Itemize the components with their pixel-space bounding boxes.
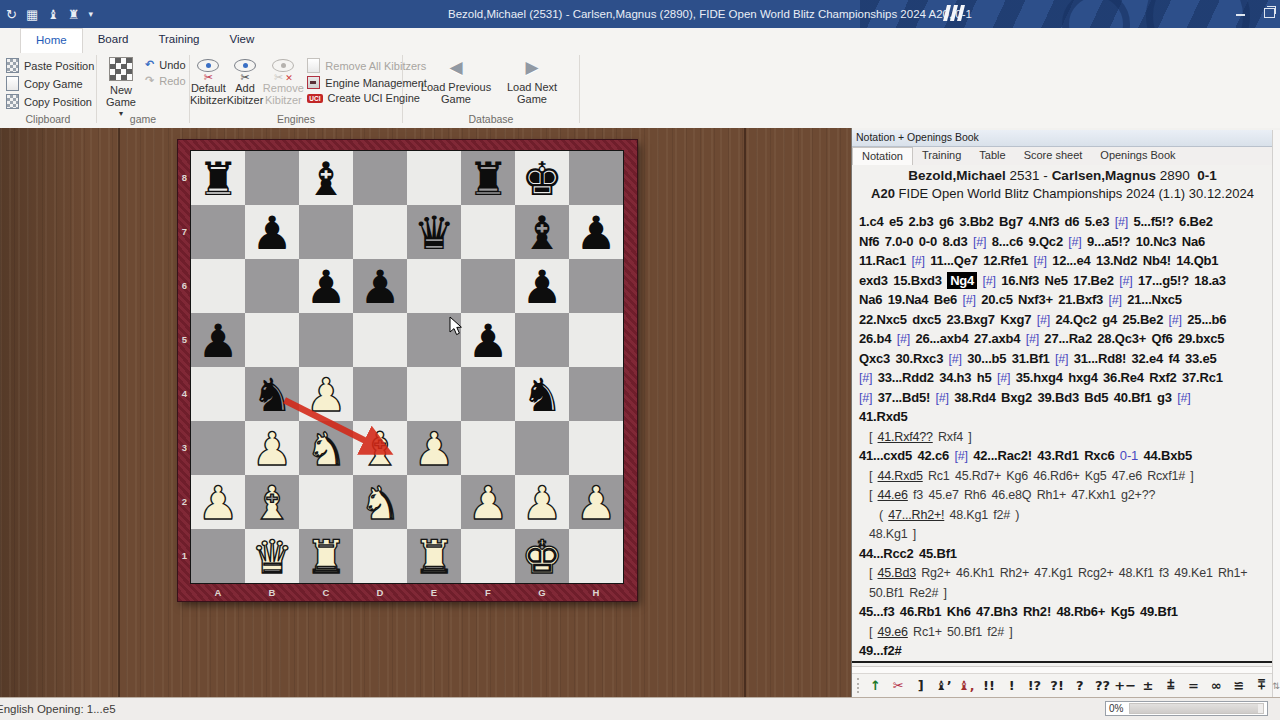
move-text[interactable]: 9...a5!? 10.Nc3 Na6 — [1082, 234, 1205, 249]
uci-icon: UCI — [307, 94, 322, 103]
move-text[interactable]: 42...Rac2! 43.Rd1 Rxc6 — [968, 448, 1120, 463]
diagram-tag[interactable]: [#] — [1119, 274, 1132, 288]
black-pawn-g6: ♟ — [515, 259, 569, 313]
piece-icon[interactable]: ♝ — [47, 7, 59, 22]
move-text[interactable]: 1.c4 e5 2.b3 g6 3.Bb2 Bg7 4.Nf3 d6 5.e3 — [859, 214, 1115, 229]
square-b3[interactable]: ♟ — [245, 421, 299, 475]
notation-line-19: [ 45.Bd3 Rg2+ 46.Kh1 Rh2+ 47.Kg1 Rcg2+ 4… — [859, 562, 1273, 582]
notation-line-23: 49...f2# — [859, 640, 1273, 660]
selected-move[interactable]: Ng4 — [947, 272, 977, 289]
board-icon[interactable]: ▦ — [26, 7, 38, 22]
white-pawn-c4: ♟ — [299, 367, 353, 421]
square-f8[interactable]: ♜ — [461, 151, 515, 205]
move-text[interactable]: Rxf4 ] — [933, 430, 972, 444]
move-text[interactable]: 8...c6 9.Qc2 — [986, 234, 1068, 249]
black-pawn-h7: ♟ — [569, 205, 623, 259]
move-text[interactable]: 49.e6 — [878, 625, 908, 639]
square-h2[interactable]: ♟ — [569, 475, 623, 529]
diagram-tag[interactable]: [#] — [997, 371, 1010, 385]
diagram-tag[interactable]: [#] — [973, 235, 986, 249]
square-e1[interactable]: ♜ — [407, 529, 461, 583]
notation-line-7: 26.b4 [#] 26...axb4 27.axb4 [#] 27...Ra2… — [859, 328, 1273, 348]
move-text[interactable]: 11...Qe7 12.Rfe1 — [925, 253, 1034, 268]
square-f1[interactable] — [461, 529, 515, 583]
move-text[interactable]: 48.Kg1 ] — [869, 527, 916, 541]
move-text[interactable]: 41.Rxd5 — [859, 409, 907, 424]
square-f3[interactable] — [461, 421, 515, 475]
tab-openings-book[interactable]: Openings Book — [1091, 147, 1184, 165]
square-f7[interactable] — [461, 205, 515, 259]
group-clipboard: Paste Position Copy Game Copy Position C… — [0, 53, 96, 126]
move-text[interactable]: 11.Rac1 — [859, 253, 911, 268]
square-b5[interactable] — [245, 313, 299, 367]
diagram-tag[interactable]: [#] — [983, 274, 996, 288]
square-g7[interactable]: ♝ — [515, 205, 569, 259]
eye-icon — [197, 59, 219, 72]
white-rook-c1: ♜ — [299, 529, 353, 583]
tab-score-sheet[interactable]: Score sheet — [1015, 147, 1092, 165]
white-pawn-h2: ♟ — [569, 475, 623, 529]
wood-seam — [744, 128, 746, 697]
square-b2[interactable]: ♝ — [245, 475, 299, 529]
eye-icon — [234, 59, 256, 72]
logo-stripes — [945, 5, 963, 21]
file-label-d: D — [353, 584, 407, 601]
white-knight-d2: ♞ — [353, 475, 407, 529]
very-good-move[interactable]: !! — [978, 678, 1001, 693]
white-pawn-a2: ♟ — [191, 475, 245, 529]
rank-label-8: 8 — [178, 151, 191, 205]
clipboard-icon — [6, 94, 19, 109]
square-d7[interactable] — [353, 205, 407, 259]
bracket-icon[interactable]: ] — [909, 678, 932, 693]
white-queen-b1: ♛ — [245, 529, 299, 583]
good-move[interactable]: ! — [1000, 678, 1023, 693]
title-bar: ↻ ▦ ♝ ♜ ▾ Bezold,Michael (2531) - Carlse… — [0, 0, 1280, 28]
diagram-tag[interactable]: [#] — [911, 254, 924, 268]
annotation-scrollbar[interactable] — [852, 667, 1273, 674]
square-g8[interactable]: ♚ — [515, 151, 569, 205]
square-f6[interactable] — [461, 259, 515, 313]
next-arrow-icon: ▶ — [525, 57, 538, 81]
move-text[interactable]: 31...Rd8! 32.e4 f4 33.e5 — [1068, 351, 1216, 366]
move-text[interactable]: 47...Rh2+! — [888, 508, 944, 522]
board-squares: ♜♝♜♚♟♛♝♟♟♟♟♟♟♞♟♞♟♞♝♟♟♝♞♟♟♟♛♜♜♚ — [191, 151, 623, 583]
eye-icon — [272, 59, 294, 72]
move-text[interactable]: 24.Qc2 g4 25.Be2 — [1050, 312, 1169, 327]
square-h7[interactable]: ♟ — [569, 205, 623, 259]
square-g1[interactable]: ♚ — [515, 529, 569, 583]
notation-line-9: [#] 33...Rdd2 34.h3 h5 [#] 35.hxg4 hxg4 … — [859, 367, 1273, 387]
move-text[interactable]: 45.Bd3 — [878, 566, 916, 580]
square-a5[interactable]: ♟ — [191, 313, 245, 367]
black-elo: 2890 — [1160, 168, 1190, 183]
black-pawn-a5: ♟ — [191, 313, 245, 367]
move-text[interactable]: exd3 15.Bxd3 — [859, 273, 947, 288]
square-h6[interactable] — [569, 259, 623, 313]
tab-home[interactable]: Home — [20, 28, 83, 53]
default-kibitzer-label: Default Kibitzer — [190, 82, 227, 106]
ribbon-tabs: Home Board Training View — [0, 28, 1280, 53]
white-winning[interactable]: +− — [1114, 678, 1137, 693]
square-g4[interactable]: ♞ — [515, 367, 569, 421]
notation-line-8: Qxc3 30.Rxc3 [#] 30...b5 31.Bf1 [#] 31..… — [859, 348, 1273, 368]
square-h4[interactable] — [569, 367, 623, 421]
undo-icon[interactable]: ↻ — [6, 7, 17, 22]
red-annotation-icon[interactable]: ♝‚ — [955, 678, 978, 693]
new-game-label: New Game — [97, 84, 145, 108]
scissors-icon: ✂ — [204, 73, 213, 82]
move-text[interactable]: 48.Kg1 f2# ) — [944, 508, 1019, 522]
square-e7[interactable]: ♛ — [407, 205, 461, 259]
notation-line-13: 41...cxd5 42.c6 [#] 42...Rac2! 43.Rd1 Rx… — [859, 445, 1273, 465]
eco-code: A20 — [871, 186, 895, 201]
quick-access-toolbar: ↻ ▦ ♝ ♜ ▾ — [6, 0, 93, 28]
move-text[interactable]: 44.Bxb5 — [1138, 448, 1192, 463]
move-text[interactable]: 0-1 — [1120, 448, 1138, 463]
blunder[interactable]: ?? — [1091, 678, 1114, 693]
engine-icon — [307, 76, 320, 89]
group-caption-database: Database — [403, 113, 579, 125]
copy-game-button[interactable]: Copy Game — [6, 76, 96, 91]
square-b4[interactable]: ♞ — [245, 367, 299, 421]
rank-label-7: 7 — [178, 205, 191, 259]
opening-name: English Opening: 1...e5 — [0, 698, 116, 720]
redo-arrow-icon: ↷ — [145, 74, 154, 87]
arrow-up-icon[interactable]: ↑ — [864, 678, 887, 693]
game-header: Bezold,Michael 2531 - Carlsen,Magnus 289… — [852, 168, 1273, 201]
move-text[interactable]: 5...f5!? 6.Be2 — [1128, 214, 1213, 229]
tab-training[interactable]: Training — [143, 28, 214, 53]
diagram-tag[interactable]: [#] — [1033, 254, 1046, 268]
square-c1[interactable]: ♜ — [299, 529, 353, 583]
file-label-c: C — [299, 584, 353, 601]
move-text[interactable]: 44.e6 — [878, 488, 908, 502]
notation-line-15: [ 44.e6 f3 45.e7 Rh6 46.e8Q Rh1+ 47.Kxh1… — [859, 484, 1273, 504]
black-rook-f8: ♜ — [461, 151, 515, 205]
square-a1[interactable] — [191, 529, 245, 583]
paste-position-button[interactable]: Paste Position — [6, 58, 96, 73]
diagram-tag[interactable]: [#] — [1068, 235, 1081, 249]
rank-label-3: 3 — [178, 421, 191, 475]
notation-line-14: [ 44.Rxd5 Rc1 45.Rd7+ Kg6 46.Rd6+ Kg5 47… — [859, 465, 1273, 485]
square-b1[interactable]: ♛ — [245, 529, 299, 583]
black-pawn-d6: ♟ — [353, 259, 407, 313]
diagram-tag[interactable]: [#] — [1169, 313, 1182, 327]
diagram-tag[interactable]: [#] — [962, 293, 975, 307]
diagram-tag[interactable]: [#] — [859, 391, 872, 405]
notation-line-20: 50.Bf1 Re2# ] — [859, 582, 1273, 602]
black-knight-b4: ♞ — [245, 367, 299, 421]
move-text[interactable]: 44...Rcc2 45.Bf1 — [859, 546, 957, 561]
unclear[interactable]: ∞ — [1205, 678, 1228, 693]
restore-button[interactable] — [1264, 8, 1275, 18]
notation-line-1: 1.c4 e5 2.b3 g6 3.Bb2 Bg7 4.Nf3 d6 5.e3 … — [859, 211, 1273, 231]
minimize-button[interactable] — [1236, 14, 1245, 16]
group-caption-clipboard: Clipboard — [0, 113, 96, 125]
square-b6[interactable] — [245, 259, 299, 313]
square-c8[interactable]: ♝ — [299, 151, 353, 205]
delete-scissors-icon[interactable]: ✂ — [887, 678, 910, 693]
group-caption-game: game — [97, 113, 189, 125]
paste-position-label: Paste Position — [24, 60, 94, 72]
players-separator: - — [1043, 168, 1048, 183]
copy-position-button[interactable]: Copy Position — [6, 94, 96, 109]
black-annotation-icon[interactable]: ♝’ — [932, 678, 955, 693]
black-slightly-better[interactable]: ⩱ — [1250, 677, 1273, 693]
diagram-tag[interactable]: [#] — [859, 371, 872, 385]
wood-seam — [118, 128, 120, 697]
move-text[interactable]: Nf6 7.0-0 0-0 8.d3 — [859, 234, 973, 249]
diagram-tag[interactable]: [#] — [949, 352, 962, 366]
move-text[interactable]: f3 45.e7 Rh6 46.e8Q Rh1+ 47.Kxh1 g2+?? — [908, 488, 1155, 502]
square-h8[interactable] — [569, 151, 623, 205]
move-text[interactable]: 45...f3 46.Rb1 Kh6 47.Bh3 Rh2! 48.Rb6+ K… — [859, 604, 1178, 619]
square-a3[interactable] — [191, 421, 245, 475]
square-e6[interactable] — [407, 259, 461, 313]
notation-line-17: 48.Kg1 ] — [859, 523, 1273, 543]
kibitzers-icon — [307, 58, 320, 73]
move-text[interactable]: [ — [869, 469, 878, 483]
square-d5[interactable] — [353, 313, 407, 367]
white-pawn-e3: ♟ — [407, 421, 461, 475]
move-text[interactable]: 35.hxg4 hxg4 36.Re4 Rxf2 37.Rc1 — [1010, 370, 1222, 385]
notation-line-6: 22.Nxc5 dxc5 23.Bxg7 Kxg7 [#] 24.Qc2 g4 … — [859, 309, 1273, 329]
qat-dropdown-caret[interactable]: ▾ — [89, 9, 94, 19]
move-text[interactable]: 49...f2# — [859, 643, 902, 658]
file-label-b: B — [245, 584, 299, 601]
square-d2[interactable]: ♞ — [353, 475, 407, 529]
tab-training-panel[interactable]: Training — [913, 147, 970, 165]
square-e8[interactable] — [407, 151, 461, 205]
notation-line-5: Na6 19.Na4 Be6 [#] 20.c5 Nxf3+ 21.Bxf3 [… — [859, 289, 1273, 309]
notation-panel: Notation + Openings Book Notation Traini… — [851, 128, 1280, 697]
square-d4[interactable] — [353, 367, 407, 421]
game-result: 0-1 — [1197, 168, 1217, 183]
square-g5[interactable] — [515, 313, 569, 367]
square-g3[interactable] — [515, 421, 569, 475]
event-name: FIDE Open World Blitz Championships 2024… — [899, 186, 1254, 201]
copy-game-label: Copy Game — [24, 78, 83, 90]
notation-line-10: [#] 37...Bd5! [#] 38.Rd4 Bxg2 39.Bd3 Bd5… — [859, 387, 1273, 407]
white-pawn-f2: ♟ — [461, 475, 515, 529]
toolbar-scroll-arrows[interactable]: ⇅ — [1272, 681, 1280, 691]
group-caption-engines: Engines — [190, 113, 402, 125]
move-text[interactable]: 12...e4 13.Nd2 Nb4! 14.Qb1 — [1047, 253, 1219, 268]
diagram-tag[interactable]: [#] — [1109, 293, 1122, 307]
move-text[interactable]: Rc1 45.Rd7+ Kg6 46.Rd6+ Kg5 47.e6 Rcxf1#… — [923, 469, 1194, 483]
square-e5[interactable] — [407, 313, 461, 367]
move-text[interactable]: 38.Rd4 Bxg2 39.Bd3 Bd5 40.Bf1 g3 — [949, 390, 1177, 405]
redo-button[interactable]: ↷ Redo — [145, 74, 186, 87]
square-c5[interactable] — [299, 313, 353, 367]
square-c7[interactable] — [299, 205, 353, 259]
square-d8[interactable] — [353, 151, 407, 205]
black-bishop-g7: ♝ — [515, 205, 569, 259]
page-icon — [6, 76, 19, 91]
file-label-h: H — [569, 584, 623, 601]
rank-label-4: 4 — [178, 367, 191, 421]
progress-track — [1129, 703, 1264, 714]
diagram-tag[interactable]: [#] — [954, 449, 967, 463]
interesting-move[interactable]: !? — [1023, 678, 1046, 693]
diagram-tag[interactable]: [#] — [1177, 391, 1190, 405]
undo-button[interactable]: ↶ Undo — [145, 58, 186, 71]
file-label-e: E — [407, 584, 461, 601]
white-player: Bezold,Michael — [908, 168, 1006, 183]
file-label-g: G — [515, 584, 569, 601]
move-text[interactable]: [ — [869, 566, 878, 580]
move-text[interactable]: 41...cxd5 42.c6 — [859, 448, 954, 463]
square-d6[interactable]: ♟ — [353, 259, 407, 313]
white-bishop-b2: ♝ — [245, 475, 299, 529]
rank-label-5: 5 — [178, 313, 191, 367]
notation-line-2: Nf6 7.0-0 0-0 8.d3 [#] 8...c6 9.Qc2 [#] … — [859, 231, 1273, 251]
move-text[interactable]: 25...b6 — [1182, 312, 1226, 327]
square-f2[interactable]: ♟ — [461, 475, 515, 529]
black-knight-g4: ♞ — [515, 367, 569, 421]
group-database: ◀ Load Previous Game ▶ Load Next Game Da… — [403, 53, 579, 126]
square-g2[interactable]: ♟ — [515, 475, 569, 529]
white-pawn-b3: ♟ — [245, 421, 299, 475]
square-g6[interactable]: ♟ — [515, 259, 569, 313]
checkerboard-icon — [109, 57, 133, 81]
square-e3[interactable]: ♟ — [407, 421, 461, 475]
tab-view[interactable]: View — [215, 28, 270, 53]
square-h3[interactable] — [569, 421, 623, 475]
move-text[interactable]: [ — [869, 488, 878, 502]
move-text[interactable]: ( — [879, 508, 888, 522]
square-a7[interactable] — [191, 205, 245, 259]
group-game: New Game ▾ ↶ Undo ↷ Redo game — [97, 53, 189, 126]
square-c3[interactable]: ♞ — [299, 421, 353, 475]
move-text[interactable]: 22.Nxc5 dxc5 23.Bxg7 Kxg7 — [859, 312, 1037, 327]
move-list[interactable]: 1.c4 e5 2.b3 g6 3.Bb2 Bg7 4.Nf3 d6 5.e3 … — [852, 208, 1273, 662]
decor-circle — [1146, 0, 1250, 28]
black-pawn-f5: ♟ — [461, 313, 515, 367]
chessboard: ♜♝♜♚♟♛♝♟♟♟♟♟♟♞♟♞♟♞♝♟♟♝♞♟♟♟♛♜♜♚ 87654321 … — [178, 140, 637, 601]
white-king-g1: ♚ — [515, 529, 569, 583]
move-text[interactable]: [ — [869, 625, 878, 639]
notation-line-16: ( 47...Rh2+! 48.Kg1 f2# ) — [859, 504, 1273, 524]
move-text[interactable]: 44.Rxd5 — [878, 469, 923, 483]
move-text[interactable]: Rc1+ 50.Bf1 f2# ] — [908, 625, 1013, 639]
pane-title[interactable]: Notation + Openings Book — [852, 130, 1273, 147]
notation-line-11: 41.Rxd5 — [859, 406, 1273, 426]
square-f4[interactable] — [461, 367, 515, 421]
move-text[interactable]: 21...Nxc5 — [1122, 292, 1182, 307]
square-a2[interactable]: ♟ — [191, 475, 245, 529]
diagram-tag[interactable]: [#] — [1037, 313, 1050, 327]
rank-label-6: 6 — [178, 259, 191, 313]
square-a4[interactable] — [191, 367, 245, 421]
white-elo: 2531 — [1010, 168, 1040, 183]
scissors-icon: ✂✕ — [274, 73, 293, 82]
window-title: Bezold,Michael (2531) - Carlsen,Magnus (… — [260, 0, 1160, 28]
rank-label-2: 2 — [178, 475, 191, 529]
diagram-tag[interactable]: [#] — [897, 332, 910, 346]
move-text[interactable]: 30...b5 31.Bf1 — [962, 351, 1055, 366]
tab-table[interactable]: Table — [970, 147, 1014, 165]
diagram-tag[interactable]: [#] — [1055, 352, 1068, 366]
tab-notation[interactable]: Notation — [852, 147, 913, 165]
mistake[interactable]: ? — [1068, 678, 1091, 693]
notation-line-4: exd3 15.Bxd3 Ng4 [#] 16.Nf3 Ne5 17.Be2 [… — [859, 270, 1273, 290]
move-text[interactable]: 26.b4 — [859, 331, 897, 346]
black-bishop-c8: ♝ — [299, 151, 353, 205]
white-better[interactable]: ± — [1137, 678, 1160, 693]
move-text[interactable]: 37...Bd5! — [872, 390, 935, 405]
notation-scrollbar[interactable] — [1272, 130, 1280, 697]
load-next-game-label: Load Next Game — [500, 81, 564, 105]
move-text[interactable]: 41.Rxf4?? — [878, 430, 933, 444]
square-f5[interactable]: ♟ — [461, 313, 515, 367]
black-player: Carlsen,Magnus — [1052, 168, 1156, 183]
diagram-tag[interactable]: [#] — [1026, 332, 1039, 346]
square-e4[interactable] — [407, 367, 461, 421]
move-text[interactable]: 26...axb4 27.axb4 — [910, 331, 1026, 346]
white-slightly-better[interactable]: ⩲ — [1159, 677, 1182, 693]
copy-position-label: Copy Position — [24, 96, 92, 108]
file-label-f: F — [461, 584, 515, 601]
square-a8[interactable]: ♜ — [191, 151, 245, 205]
remove-kibitzer-label: Remove Kibitzer — [263, 82, 304, 106]
square-h5[interactable] — [569, 313, 623, 367]
move-text[interactable]: [ — [869, 430, 878, 444]
square-b7[interactable]: ♟ — [245, 205, 299, 259]
square-b8[interactable] — [245, 151, 299, 205]
square-d3[interactable]: ♝ — [353, 421, 407, 475]
move-text[interactable]: Rg2+ 46.Kh1 Rh2+ 47.Kg1 Rcg2+ 48.Kf1 f3 … — [916, 566, 1247, 580]
equal[interactable]: = — [1182, 678, 1205, 693]
annotation-toolbar: ↑✂]♝’♝‚!!!!??!???+−±⩲=∞≌⩱ — [852, 666, 1273, 698]
tab-board[interactable]: Board — [83, 28, 144, 53]
group-engines: ✂ Default Kibitzer ✂ Add Kibitzer ✂✕ Rem… — [190, 53, 402, 126]
black-queen-e7: ♛ — [407, 205, 461, 259]
square-c6[interactable]: ♟ — [299, 259, 353, 313]
compensation[interactable]: ≌ — [1228, 678, 1251, 693]
square-c4[interactable]: ♟ — [299, 367, 353, 421]
move-text[interactable]: Qxc3 30.Rxc3 — [859, 351, 949, 366]
scissors-icon: ✂ — [240, 73, 249, 82]
ribbon: Home Board Training View Paste Position … — [0, 28, 1280, 129]
clipboard-icon — [6, 58, 19, 73]
square-d1[interactable] — [353, 529, 407, 583]
notation-tabs: Notation Training Table Score sheet Open… — [852, 147, 1273, 165]
move-text[interactable]: 33...Rdd2 34.h3 h5 — [872, 370, 997, 385]
diagram-tag[interactable]: [#] — [936, 391, 949, 405]
move-text[interactable]: 27...Ra2 28.Qc3+ Qf6 29.bxc5 — [1039, 331, 1224, 346]
move-text[interactable]: Na6 19.Na4 Be6 — [859, 292, 962, 307]
rook-icon[interactable]: ♜ — [68, 7, 80, 22]
redo-label: Redo — [159, 75, 185, 87]
move-text[interactable]: 20.c5 Nxf3+ 21.Bxf3 — [976, 292, 1109, 307]
notation-line-18: 44...Rcc2 45.Bf1 — [859, 543, 1273, 563]
dubious-move[interactable]: ?! — [1046, 678, 1069, 693]
move-text[interactable]: 16.Nf3 Ne5 17.Be2 — [996, 273, 1119, 288]
square-c2[interactable] — [299, 475, 353, 529]
move-text[interactable]: 50.Bf1 Re2# ] — [869, 586, 947, 600]
progress-label: 0% — [1109, 703, 1123, 714]
move-text[interactable]: 17...g5!? 18.a3 — [1133, 273, 1226, 288]
file-label-a: A — [191, 584, 245, 601]
diagram-tag[interactable]: [#] — [1115, 215, 1128, 229]
rank-label-1: 1 — [178, 529, 191, 583]
square-e2[interactable] — [407, 475, 461, 529]
square-a6[interactable] — [191, 259, 245, 313]
progress-widget: 0% — [1105, 701, 1268, 716]
square-h1[interactable] — [569, 529, 623, 583]
